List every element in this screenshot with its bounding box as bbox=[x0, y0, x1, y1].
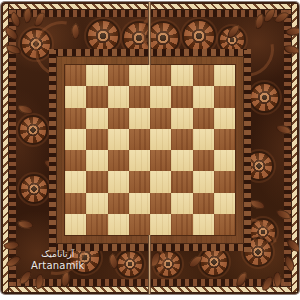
square-f3 bbox=[171, 171, 192, 192]
fold-seam bbox=[148, 235, 151, 294]
dentil-row bbox=[244, 50, 251, 252]
carved-flower-icon bbox=[20, 117, 46, 143]
square-c1 bbox=[108, 214, 129, 235]
square-f4 bbox=[171, 150, 192, 171]
watermark: آرتانامیک Artanamik bbox=[31, 249, 85, 271]
square-e7 bbox=[150, 86, 171, 107]
square-c7 bbox=[108, 86, 129, 107]
square-f2 bbox=[171, 193, 192, 214]
square-f8 bbox=[171, 65, 192, 86]
square-h1 bbox=[214, 214, 235, 235]
chessboard bbox=[65, 65, 235, 235]
square-e8 bbox=[150, 65, 171, 86]
square-g6 bbox=[193, 108, 214, 129]
square-h8 bbox=[214, 65, 235, 86]
square-b5 bbox=[86, 129, 107, 150]
square-c6 bbox=[108, 108, 129, 129]
square-b1 bbox=[86, 214, 107, 235]
square-d6 bbox=[129, 108, 150, 129]
square-a7 bbox=[65, 86, 86, 107]
square-b3 bbox=[86, 171, 107, 192]
square-g1 bbox=[193, 214, 214, 235]
carved-flower-icon bbox=[184, 21, 214, 51]
carved-board-photo: آرتانامیک Artanamik bbox=[1, 2, 299, 294]
square-h3 bbox=[214, 171, 235, 192]
square-h4 bbox=[214, 150, 235, 171]
square-a1 bbox=[65, 214, 86, 235]
square-b8 bbox=[86, 65, 107, 86]
square-e2 bbox=[150, 193, 171, 214]
square-f1 bbox=[171, 214, 192, 235]
carved-flower-icon bbox=[88, 21, 118, 51]
square-a3 bbox=[65, 171, 86, 192]
square-c2 bbox=[108, 193, 129, 214]
square-e4 bbox=[150, 150, 171, 171]
square-f7 bbox=[171, 86, 192, 107]
square-h6 bbox=[214, 108, 235, 129]
square-a4 bbox=[65, 150, 86, 171]
fold-seam bbox=[148, 2, 151, 65]
square-d7 bbox=[129, 86, 150, 107]
square-d8 bbox=[129, 65, 150, 86]
square-b4 bbox=[86, 150, 107, 171]
square-a8 bbox=[65, 65, 86, 86]
square-g7 bbox=[193, 86, 214, 107]
square-d4 bbox=[129, 150, 150, 171]
square-b2 bbox=[86, 193, 107, 214]
square-a6 bbox=[65, 108, 86, 129]
carved-flower-icon bbox=[21, 176, 47, 202]
square-c5 bbox=[108, 129, 129, 150]
square-g8 bbox=[193, 65, 214, 86]
square-g3 bbox=[193, 171, 214, 192]
square-h5 bbox=[214, 129, 235, 150]
watermark-farsi: آرتانامیک bbox=[31, 249, 85, 260]
square-e3 bbox=[150, 171, 171, 192]
square-g5 bbox=[193, 129, 214, 150]
square-e5 bbox=[150, 129, 171, 150]
square-h2 bbox=[214, 193, 235, 214]
square-a5 bbox=[65, 129, 86, 150]
square-b6 bbox=[86, 108, 107, 129]
square-c3 bbox=[108, 171, 129, 192]
square-b7 bbox=[86, 86, 107, 107]
square-g4 bbox=[193, 150, 214, 171]
watermark-latin: Artanamik bbox=[31, 260, 85, 271]
square-d3 bbox=[129, 171, 150, 192]
square-c8 bbox=[108, 65, 129, 86]
square-f6 bbox=[171, 108, 192, 129]
square-e1 bbox=[150, 214, 171, 235]
square-a2 bbox=[65, 193, 86, 214]
square-f5 bbox=[171, 129, 192, 150]
square-h7 bbox=[214, 86, 235, 107]
square-d2 bbox=[129, 193, 150, 214]
dentil-row bbox=[49, 50, 56, 252]
square-g2 bbox=[193, 193, 214, 214]
carved-flower-icon bbox=[251, 84, 278, 111]
square-d5 bbox=[129, 129, 150, 150]
square-c4 bbox=[108, 150, 129, 171]
square-d1 bbox=[129, 214, 150, 235]
square-e6 bbox=[150, 108, 171, 129]
